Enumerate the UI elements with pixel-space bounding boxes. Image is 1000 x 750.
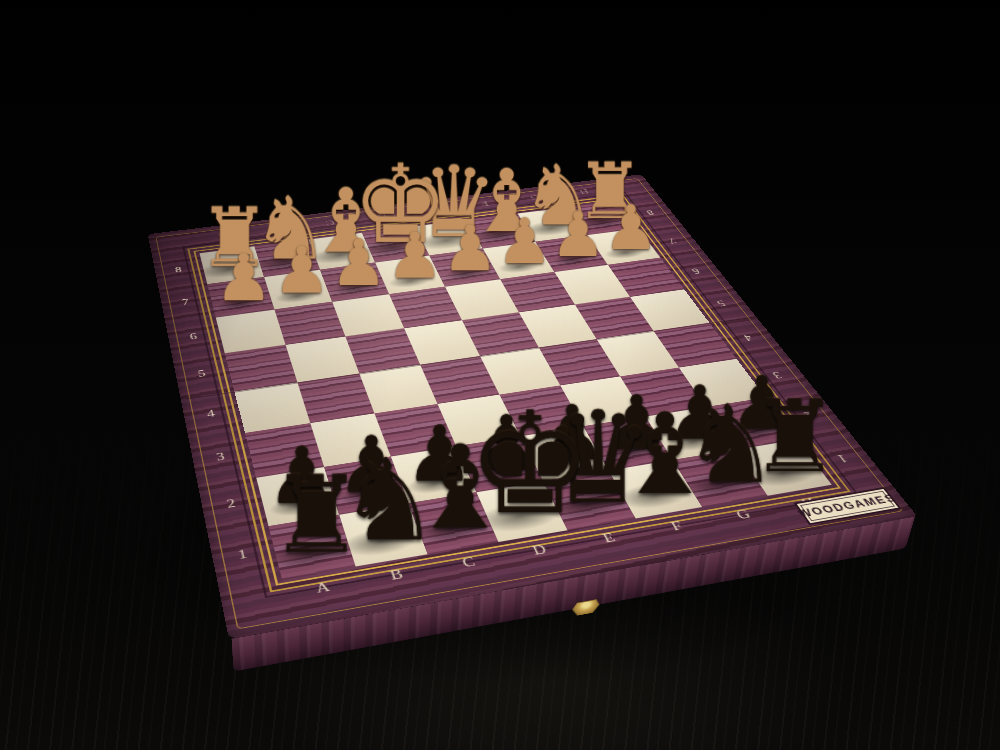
piece-white-bishop[interactable]: ♝ <box>278 180 414 262</box>
file-label-top: C <box>302 216 358 230</box>
piece-black-rook[interactable]: ♜ <box>226 467 407 565</box>
file-label-bottom: F <box>639 513 715 539</box>
square-f6[interactable] <box>500 272 575 312</box>
square-g6[interactable] <box>554 265 629 305</box>
file-label-top: F <box>457 197 512 211</box>
square-c7[interactable]: ♟ <box>320 263 389 302</box>
piece-white-pawn[interactable]: ♟ <box>401 221 540 279</box>
square-f7[interactable]: ♟ <box>483 242 555 280</box>
square-a6[interactable] <box>216 310 286 354</box>
square-e7[interactable]: ♟ <box>429 249 500 287</box>
square-b8[interactable]: ♞ <box>254 240 320 277</box>
file-label-bottom: B <box>358 561 436 589</box>
piece-shadow <box>438 265 492 284</box>
piece-white-knight[interactable]: ♞ <box>222 189 359 269</box>
file-label-bottom: D <box>501 537 578 564</box>
square-c6[interactable] <box>332 294 404 336</box>
square-d8[interactable]: ♚ <box>362 226 429 262</box>
piece-white-queen[interactable]: ♛ <box>387 157 521 247</box>
piece-white-knight[interactable]: ♞ <box>493 157 625 234</box>
piece-shadow <box>492 257 546 276</box>
file-label-bottom: A <box>284 574 363 602</box>
square-e5[interactable] <box>462 312 539 356</box>
piece-white-rook[interactable]: ♜ <box>165 201 303 276</box>
piece-white-pawn[interactable]: ♟ <box>563 200 698 256</box>
brass-clasp-icon <box>571 599 600 617</box>
file-label-top: B <box>249 222 305 236</box>
rank-label-right: 7 <box>650 233 692 247</box>
piece-shadow <box>327 279 381 299</box>
square-b6[interactable] <box>274 302 345 345</box>
rank-label-left: 8 <box>158 264 199 279</box>
piece-shadow <box>566 210 639 233</box>
piece-white-king[interactable]: ♚ <box>333 155 468 254</box>
square-h7[interactable]: ♟ <box>587 228 660 264</box>
piece-shadow <box>270 286 324 306</box>
square-g8[interactable]: ♞ <box>518 207 588 242</box>
file-label-top: G <box>507 191 561 204</box>
square-g7[interactable]: ♟ <box>535 235 607 272</box>
rank-label-right: 8 <box>629 205 670 218</box>
square-h6[interactable] <box>608 258 684 297</box>
square-c4[interactable] <box>359 365 437 414</box>
piece-shadow <box>515 217 588 241</box>
piece-shadow <box>546 251 600 269</box>
photo-scene: ♜♞♝♚♛♝♞♜♟♟♟♟♟♟♟♟♟♟♟♟♟♟♟♟♜♞♝♚♛♝♞♜ AABBCCD… <box>0 0 1000 750</box>
brass-clasp-bar <box>561 593 613 607</box>
piece-shadow <box>212 294 266 314</box>
square-a8[interactable]: ♜ <box>199 246 264 284</box>
piece-white-pawn[interactable]: ♟ <box>172 249 315 309</box>
rank-label-left: 5 <box>179 366 224 384</box>
rank-label-left: 4 <box>188 405 235 425</box>
file-label-bottom: G <box>706 502 781 527</box>
piece-shadow <box>598 244 652 262</box>
board-grid: ♜♞♝♚♛♝♞♜♟♟♟♟♟♟♟♟♟♟♟♟♟♟♟♟♜♞♝♚♛♝♞♜ <box>199 201 831 579</box>
file-label-top: D <box>354 209 409 223</box>
square-d5[interactable] <box>404 320 480 365</box>
square-a1[interactable]: ♜ <box>269 515 356 580</box>
square-e8[interactable]: ♛ <box>415 220 483 256</box>
piece-white-bishop[interactable]: ♝ <box>440 161 573 241</box>
square-h8[interactable]: ♜ <box>568 201 638 235</box>
piece-white-rook[interactable]: ♜ <box>544 157 675 228</box>
square-f8[interactable]: ♝ <box>467 213 536 248</box>
rank-label-right: 5 <box>697 294 742 310</box>
piece-shadow <box>303 243 377 268</box>
square-f5[interactable] <box>519 304 597 347</box>
square-g5[interactable] <box>575 297 654 339</box>
piece-shadow <box>463 223 536 247</box>
piece-shadow <box>405 227 488 254</box>
rank-label-left: 6 <box>172 330 216 347</box>
square-d7[interactable]: ♟ <box>375 256 445 295</box>
piece-shadow <box>248 250 322 275</box>
square-h5[interactable] <box>630 289 710 331</box>
piece-shadow <box>383 272 437 291</box>
piece-shadow <box>192 257 266 283</box>
chess-board: ♜♞♝♚♛♝♞♜♟♟♟♟♟♟♟♟♟♟♟♟♟♟♟♟♜♞♝♚♛♝♞♜ AABBCCD… <box>148 174 917 639</box>
square-a7[interactable]: ♟ <box>207 277 274 318</box>
file-label-top: H <box>557 185 611 198</box>
rank-label-left: 7 <box>165 295 207 311</box>
piece-white-pawn[interactable]: ♟ <box>510 207 646 264</box>
piece-white-pawn[interactable]: ♟ <box>288 235 429 294</box>
square-e6[interactable] <box>445 279 519 320</box>
square-d6[interactable] <box>389 287 462 328</box>
file-label-top: A <box>195 229 251 244</box>
piece-white-pawn[interactable]: ♟ <box>231 242 373 301</box>
piece-white-pawn[interactable]: ♟ <box>456 214 593 271</box>
piece-shadow <box>352 234 435 262</box>
brand-plaque-text: WOODGAMES <box>796 493 899 519</box>
rank-label-right: 4 <box>723 328 770 345</box>
piece-white-pawn[interactable]: ♟ <box>345 228 485 286</box>
square-c8[interactable]: ♝ <box>309 233 375 270</box>
file-label-top: E <box>406 203 461 217</box>
square-b7[interactable]: ♟ <box>264 270 332 310</box>
board-perspective-wrap: ♜♞♝♚♛♝♞♜♟♟♟♟♟♟♟♟♟♟♟♟♟♟♟♟♜♞♝♚♛♝♞♜ AABBCCD… <box>30 26 970 726</box>
rank-label-right: 6 <box>673 262 716 277</box>
